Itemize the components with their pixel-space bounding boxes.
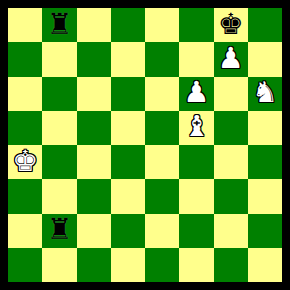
square-e7[interactable] [145, 42, 179, 76]
piece-black-king-g8[interactable]: ♚ [218, 10, 244, 39]
square-e3[interactable] [145, 179, 179, 213]
square-a8[interactable] [8, 8, 42, 42]
piece-white-king-a4[interactable]: ♚ [12, 147, 38, 176]
square-e4[interactable] [145, 145, 179, 179]
square-e5[interactable] [145, 111, 179, 145]
square-b2[interactable]: ♜ [42, 214, 76, 248]
square-a5[interactable] [8, 111, 42, 145]
square-h4[interactable] [248, 145, 282, 179]
square-h5[interactable] [248, 111, 282, 145]
square-f8[interactable] [179, 8, 213, 42]
square-b1[interactable] [42, 248, 76, 282]
square-e8[interactable] [145, 8, 179, 42]
chess-board: ♜♚♟♟♞♝♚♜ [8, 8, 282, 282]
square-c8[interactable] [77, 8, 111, 42]
square-d7[interactable] [111, 42, 145, 76]
square-d3[interactable] [111, 179, 145, 213]
square-b8[interactable]: ♜ [42, 8, 76, 42]
piece-white-knight-h6[interactable]: ♞ [252, 78, 278, 107]
square-h2[interactable] [248, 214, 282, 248]
square-d2[interactable] [111, 214, 145, 248]
square-f2[interactable] [179, 214, 213, 248]
square-c5[interactable] [77, 111, 111, 145]
square-b7[interactable] [42, 42, 76, 76]
square-f5[interactable]: ♝ [179, 111, 213, 145]
square-c1[interactable] [77, 248, 111, 282]
square-d1[interactable] [111, 248, 145, 282]
square-a7[interactable] [8, 42, 42, 76]
square-a4[interactable]: ♚ [8, 145, 42, 179]
square-b4[interactable] [42, 145, 76, 179]
square-g7[interactable]: ♟ [214, 42, 248, 76]
square-g2[interactable] [214, 214, 248, 248]
square-c2[interactable] [77, 214, 111, 248]
square-f3[interactable] [179, 179, 213, 213]
square-h1[interactable] [248, 248, 282, 282]
square-h7[interactable] [248, 42, 282, 76]
piece-white-bishop-f5[interactable]: ♝ [183, 112, 209, 141]
square-f1[interactable] [179, 248, 213, 282]
square-d4[interactable] [111, 145, 145, 179]
piece-white-pawn-f6[interactable]: ♟ [183, 78, 209, 107]
piece-black-rook-b8[interactable]: ♜ [46, 10, 72, 39]
square-h6[interactable]: ♞ [248, 77, 282, 111]
square-a1[interactable] [8, 248, 42, 282]
square-f4[interactable] [179, 145, 213, 179]
board-frame: ♜♚♟♟♞♝♚♜ [0, 0, 290, 290]
square-c4[interactable] [77, 145, 111, 179]
square-e2[interactable] [145, 214, 179, 248]
square-h3[interactable] [248, 179, 282, 213]
square-a3[interactable] [8, 179, 42, 213]
square-f7[interactable] [179, 42, 213, 76]
square-a6[interactable] [8, 77, 42, 111]
square-g8[interactable]: ♚ [214, 8, 248, 42]
square-h8[interactable] [248, 8, 282, 42]
square-d5[interactable] [111, 111, 145, 145]
square-d6[interactable] [111, 77, 145, 111]
square-g3[interactable] [214, 179, 248, 213]
square-b3[interactable] [42, 179, 76, 213]
square-g1[interactable] [214, 248, 248, 282]
square-c6[interactable] [77, 77, 111, 111]
square-e1[interactable] [145, 248, 179, 282]
square-g5[interactable] [214, 111, 248, 145]
square-c3[interactable] [77, 179, 111, 213]
square-f6[interactable]: ♟ [179, 77, 213, 111]
square-g6[interactable] [214, 77, 248, 111]
square-e6[interactable] [145, 77, 179, 111]
square-a2[interactable] [8, 214, 42, 248]
square-b6[interactable] [42, 77, 76, 111]
square-g4[interactable] [214, 145, 248, 179]
piece-black-rook-b2[interactable]: ♜ [46, 215, 72, 244]
square-b5[interactable] [42, 111, 76, 145]
piece-white-pawn-g7[interactable]: ♟ [218, 44, 244, 73]
square-c7[interactable] [77, 42, 111, 76]
square-d8[interactable] [111, 8, 145, 42]
